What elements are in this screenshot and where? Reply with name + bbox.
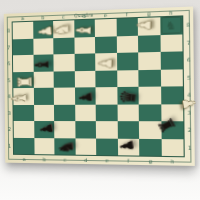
square-a1[interactable] [14,137,34,154]
file-label-bottom: f [127,158,129,163]
piece-white-rook[interactable]: ♜ [14,75,36,88]
file-label-top: c [62,14,65,19]
file-label-top: b [41,14,44,19]
knight-crest-icon: ♞ [161,17,182,35]
square-e2[interactable] [96,121,118,138]
rank-label-right: 6 [187,57,191,62]
rank-label-right: 1 [188,145,192,150]
chess-board: Quadra ♞ aabbccddeeffgghh887766554433221… [4,7,195,166]
piece-black-bishop[interactable]: ♝ [30,58,53,72]
board-photo: Quadra ♞ aabbccddeeffgghh887766554433221… [0,0,200,200]
square-e3[interactable] [96,104,118,121]
square-f6[interactable] [116,52,138,70]
square-a7[interactable] [13,38,33,55]
rank-label-left: 7 [7,45,10,50]
piece-white-pawn[interactable]: ♟ [96,58,116,70]
rank-label-right: 2 [188,127,192,132]
square-d5[interactable] [74,70,95,87]
square-c6[interactable] [53,54,74,71]
rank-label-left: 3 [8,110,11,115]
rank-label-left: 6 [7,61,10,66]
square-g3[interactable] [139,104,161,121]
square-h5[interactable] [160,69,183,87]
square-c5[interactable] [54,71,75,88]
rank-label-right: 8 [187,22,191,27]
piece-black-knight[interactable]: ♞ [55,140,79,155]
square-b4[interactable] [33,88,54,105]
square-f7[interactable] [116,35,138,53]
square-c3[interactable] [54,104,75,121]
square-e8[interactable] [95,19,117,37]
file-label-bottom: a [22,156,25,161]
square-a3[interactable] [13,104,33,121]
file-label-bottom: c [63,157,66,162]
file-label-top: a [21,15,24,20]
square-c4[interactable] [54,87,75,104]
square-b5[interactable] [33,71,54,88]
square-b3[interactable] [34,104,55,121]
piece-white-bishop[interactable]: ♝ [72,24,96,38]
piece-black-pawn[interactable]: ♟ [75,91,95,104]
file-label-bottom: b [43,156,46,161]
rank-label-right: 5 [187,75,191,80]
piece-white-knight[interactable]: ♞ [50,23,73,37]
square-e1[interactable] [96,138,118,155]
square-f5[interactable] [117,70,139,87]
file-label-top: d [83,13,86,18]
file-label-top: f [126,11,128,16]
rank-label-left: 8 [7,28,10,33]
square-a8[interactable] [13,22,33,39]
square-e7[interactable] [95,36,117,54]
square-h6[interactable] [160,51,183,69]
offboard-piece-white-pawn[interactable]: ♟ [179,96,199,110]
square-g5[interactable] [138,69,160,87]
piece-white-bishop[interactable]: ♝ [8,91,31,105]
file-label-bottom: d [84,157,87,162]
square-f2[interactable] [117,121,139,138]
square-g6[interactable] [138,52,160,70]
rank-label-left: 1 [8,143,11,148]
square-g4[interactable] [139,87,161,104]
square-d3[interactable] [75,104,96,121]
rank-label-left: 5 [7,77,10,82]
square-d7[interactable] [74,36,95,53]
square-d2[interactable] [75,121,96,138]
square-a2[interactable] [14,121,34,138]
rank-label-left: 2 [8,127,11,132]
file-label-top: e [104,12,107,17]
file-label-bottom: e [105,157,108,162]
square-e4[interactable] [95,87,117,104]
file-label-top: h [169,9,173,14]
rank-label-right: 3 [187,110,191,115]
square-e5[interactable] [95,70,117,87]
square-h7[interactable] [160,34,183,52]
square-g7[interactable] [138,35,160,53]
rank-label-right: 7 [187,40,191,45]
square-b7[interactable] [33,38,54,55]
square-d6[interactable] [74,53,95,70]
file-label-top: g [147,10,150,15]
square-g1[interactable] [139,138,161,156]
square-f3[interactable] [117,104,139,121]
knight-crest-glyph: ♞ [166,20,177,32]
file-label-bottom: g [149,158,152,163]
square-c2[interactable] [54,121,75,138]
file-label-bottom: h [171,158,175,163]
square-h1[interactable] [161,139,184,157]
square-b1[interactable] [34,138,55,155]
square-c7[interactable] [53,37,74,54]
piece-white-pawn[interactable]: ♟ [134,20,154,32]
